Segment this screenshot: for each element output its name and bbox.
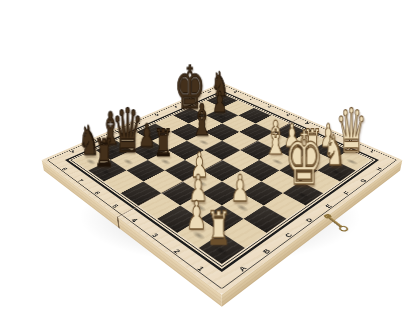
white-knight-glyph: ♞: [319, 130, 349, 172]
board-frame-inner: ♞♟♛♟♟♜♞♚♝♟♝♚♟♜♟♟♝♛♟♞♜♟♜: [70, 92, 373, 267]
white-king-glyph: ♚: [284, 121, 316, 195]
black-bishop-glyph: ♝: [188, 98, 216, 142]
folding-chessboard: ♞♟♛♟♟♜♞♚♝♟♝♚♟♜♟♟♝♛♟♞♜♟♜ ABCDEFGH ABCDEFG…: [42, 82, 403, 294]
scene: ♞♟♛♟♟♜♞♚♝♟♝♚♟♜♟♟♝♛♟♞♜♟♜ ABCDEFGH ABCDEFG…: [0, 0, 420, 312]
latch-eye: [338, 225, 351, 233]
board-top-face: ♞♟♛♟♟♜♞♚♝♟♝♚♟♜♟♟♝♛♟♞♜♟♜ ABCDEFGH ABCDEFG…: [42, 82, 403, 294]
chess-set-photo: { "game": "chess", "description": "Open …: [0, 0, 420, 312]
white-rook-glyph: ♜: [200, 204, 236, 250]
board-grid: ♞♟♛♟♟♜♞♚♝♟♝♚♟♜♟♟♝♛♟♞♜♟♜: [74, 94, 371, 264]
board-frame-outer: ♞♟♛♟♟♜♞♚♝♟♝♚♟♜♟♟♝♛♟♞♜♟♜: [65, 91, 379, 272]
black-rook-glyph: ♜: [149, 124, 178, 161]
black-rook-glyph: ♜: [89, 134, 119, 172]
